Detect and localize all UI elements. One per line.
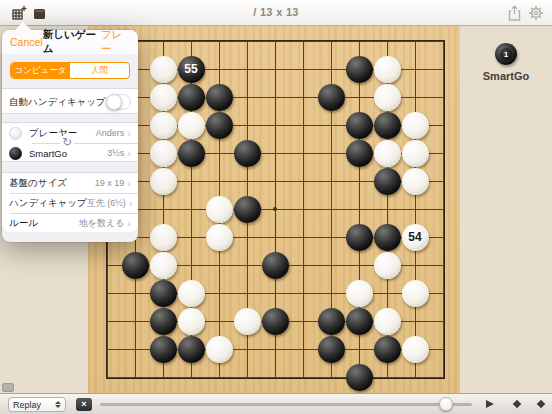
black-stone [346, 364, 373, 391]
step-button-icon[interactable] [513, 400, 521, 408]
black-stone [374, 168, 401, 195]
black-stone [346, 224, 373, 251]
auto-handicap-group: 自動ハンディキャップ [2, 88, 138, 114]
top-toolbar: / 13 x 13 [0, 0, 552, 26]
black-stone [234, 196, 261, 223]
white-stone [374, 252, 401, 279]
settings-gear-icon[interactable] [527, 4, 545, 22]
black-stone-icon [9, 147, 22, 160]
chevron-right-icon: › [129, 198, 133, 209]
black-stone [318, 336, 345, 363]
black-stone [374, 336, 401, 363]
move-slider-thumb[interactable] [439, 397, 453, 411]
toggle-knob [106, 94, 122, 110]
share-icon[interactable] [505, 4, 523, 22]
black-stone [318, 308, 345, 335]
rules-label: ルール [9, 217, 38, 230]
board-size-row[interactable]: 碁盤のサイズ 19 x 19 › [2, 173, 138, 193]
segment-computer[interactable]: コンピュータ [11, 63, 70, 78]
rules-row[interactable]: ルール 地を数える › [2, 213, 138, 233]
white-stone [374, 140, 401, 167]
move-slider-track[interactable] [100, 403, 472, 406]
white-stone [402, 112, 429, 139]
black-stone [262, 308, 289, 335]
segment-human[interactable]: 人間 [70, 63, 129, 78]
popover-title: 新しいゲーム [43, 28, 101, 56]
captured-count-badge: 1 [500, 48, 512, 60]
opponent-segmented-control: コンピュータ 人間 [10, 62, 130, 79]
white-stone [402, 140, 429, 167]
white-stone [402, 168, 429, 195]
white-stone [402, 336, 429, 363]
white-stone [402, 280, 429, 307]
settings-group: 碁盤のサイズ 19 x 19 › ハンディキャップ 互先 (6½) › ルール … [2, 172, 138, 232]
black-stone [206, 112, 233, 139]
black-stone [346, 140, 373, 167]
white-stone [150, 112, 177, 139]
black-stone: 55 [178, 56, 205, 83]
white-stone [374, 84, 401, 111]
black-stone [122, 252, 149, 279]
play-forward-icon[interactable] [486, 400, 494, 408]
auto-handicap-label: 自動ハンディキャップ [9, 96, 106, 109]
board-size-label: 碁盤のサイズ [9, 177, 67, 190]
handicap-label: ハンディキャップ [9, 197, 87, 210]
black-stone [234, 140, 261, 167]
white-stone [150, 252, 177, 279]
clear-button[interactable]: × [76, 398, 92, 411]
white-stone [206, 224, 233, 251]
players-group: プレーヤー Anders › SmartGo 3½s › ↻ [2, 122, 138, 162]
black-stone [178, 84, 205, 111]
black-stone [262, 252, 289, 279]
black-stone [346, 56, 373, 83]
white-stone: 54 [402, 224, 429, 251]
opponent-name-label: SmartGo [460, 70, 552, 82]
chevron-right-icon: › [127, 178, 131, 189]
smartgo-label: SmartGo [29, 148, 67, 159]
player-value: Anders [96, 128, 125, 138]
black-stone [150, 280, 177, 307]
board-size-value: 19 x 19 [95, 178, 125, 188]
white-stone [178, 112, 205, 139]
black-stone [374, 224, 401, 251]
black-stone [150, 336, 177, 363]
white-stone [206, 336, 233, 363]
black-stone [178, 336, 205, 363]
black-stone [178, 140, 205, 167]
step-button-icon[interactable] [537, 400, 545, 408]
bottom-toolbar: Replay × [0, 393, 552, 414]
smartgo-value: 3½s [107, 148, 124, 158]
select-arrows-icon [55, 401, 61, 408]
go-board[interactable]: 5554 [88, 26, 460, 393]
white-stone [234, 308, 261, 335]
handicap-value: 互先 (6½) [87, 197, 126, 210]
play-button[interactable]: プレー [101, 28, 130, 56]
white-stone [150, 140, 177, 167]
window-title: / 13 x 13 [0, 6, 552, 18]
black-stone [374, 112, 401, 139]
swap-colors-icon[interactable]: ↻ [60, 136, 74, 149]
captured-black-stone: 1 [495, 43, 517, 65]
white-stone [150, 84, 177, 111]
white-stone [150, 168, 177, 195]
drawer-handle-icon[interactable] [2, 383, 14, 392]
white-stone [374, 56, 401, 83]
white-stone [178, 280, 205, 307]
white-stone [206, 196, 233, 223]
black-stone [206, 84, 233, 111]
auto-handicap-toggle[interactable] [106, 94, 131, 110]
replay-mode-select[interactable]: Replay [8, 397, 66, 412]
chevron-right-icon: › [127, 128, 131, 139]
replay-select-label: Replay [13, 400, 41, 410]
smartgo-app: / 13 x 13 [0, 0, 552, 414]
handicap-row[interactable]: ハンディキャップ 互先 (6½) › [2, 193, 138, 213]
white-stone [374, 308, 401, 335]
popover-header: Cancel 新しいゲーム プレー [2, 30, 138, 54]
black-stone [318, 84, 345, 111]
black-stone [346, 112, 373, 139]
new-game-popover: Cancel 新しいゲーム プレー コンピュータ 人間 自動ハンディキャップ プ… [2, 30, 138, 242]
rules-value: 地を数える [79, 217, 125, 230]
chevron-right-icon: › [127, 218, 131, 229]
chevron-right-icon: › [127, 148, 131, 159]
black-stone [150, 308, 177, 335]
white-stone [346, 280, 373, 307]
white-stone [150, 224, 177, 251]
white-stone [150, 56, 177, 83]
cancel-button[interactable]: Cancel [10, 36, 43, 48]
white-stone [178, 308, 205, 335]
black-stone [346, 308, 373, 335]
white-stone-icon [9, 127, 22, 140]
capture-sidebar: 1 SmartGo [460, 26, 552, 393]
